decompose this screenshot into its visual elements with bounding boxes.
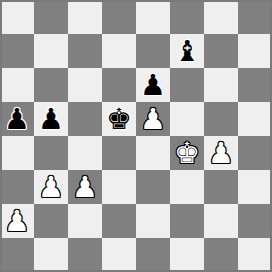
white-pawn[interactable]: ♟ [4, 204, 30, 238]
square-e7[interactable] [136, 34, 170, 68]
square-e4[interactable] [136, 136, 170, 170]
square-b6[interactable] [34, 68, 68, 102]
chess-board-grid: ♝♟♟♟♚♟♚♟♟♟♟ [0, 0, 272, 272]
white-pawn[interactable]: ♟ [208, 136, 234, 170]
square-g5[interactable] [204, 102, 238, 136]
square-h1[interactable] [238, 238, 272, 272]
square-a3[interactable] [0, 170, 34, 204]
square-h4[interactable] [238, 136, 272, 170]
square-h7[interactable] [238, 34, 272, 68]
square-c7[interactable] [68, 34, 102, 68]
square-f7[interactable]: ♝ [170, 34, 204, 68]
white-pawn[interactable]: ♟ [140, 102, 166, 136]
black-pawn[interactable]: ♟ [38, 102, 64, 136]
square-d4[interactable] [102, 136, 136, 170]
square-a2[interactable]: ♟ [0, 204, 34, 238]
square-d2[interactable] [102, 204, 136, 238]
square-d3[interactable] [102, 170, 136, 204]
square-h6[interactable] [238, 68, 272, 102]
square-b3[interactable]: ♟ [34, 170, 68, 204]
square-a1[interactable] [0, 238, 34, 272]
square-e1[interactable] [136, 238, 170, 272]
square-d5[interactable]: ♚ [102, 102, 136, 136]
square-e6[interactable]: ♟ [136, 68, 170, 102]
square-h8[interactable] [238, 0, 272, 34]
square-c2[interactable] [68, 204, 102, 238]
square-f6[interactable] [170, 68, 204, 102]
square-f5[interactable] [170, 102, 204, 136]
black-pawn[interactable]: ♟ [4, 102, 30, 136]
square-g3[interactable] [204, 170, 238, 204]
square-b4[interactable] [34, 136, 68, 170]
square-f8[interactable] [170, 0, 204, 34]
square-h3[interactable] [238, 170, 272, 204]
square-g4[interactable]: ♟ [204, 136, 238, 170]
square-f3[interactable] [170, 170, 204, 204]
square-a5[interactable]: ♟ [0, 102, 34, 136]
square-c1[interactable] [68, 238, 102, 272]
square-h2[interactable] [238, 204, 272, 238]
white-pawn[interactable]: ♟ [38, 170, 64, 204]
square-b8[interactable] [34, 0, 68, 34]
square-g2[interactable] [204, 204, 238, 238]
square-b7[interactable] [34, 34, 68, 68]
square-c4[interactable] [68, 136, 102, 170]
square-g6[interactable] [204, 68, 238, 102]
square-c6[interactable] [68, 68, 102, 102]
square-g8[interactable] [204, 0, 238, 34]
square-d1[interactable] [102, 238, 136, 272]
black-bishop[interactable]: ♝ [174, 34, 200, 68]
square-e2[interactable] [136, 204, 170, 238]
square-f1[interactable] [170, 238, 204, 272]
square-f4[interactable]: ♚ [170, 136, 204, 170]
square-e8[interactable] [136, 0, 170, 34]
square-c3[interactable]: ♟ [68, 170, 102, 204]
square-a7[interactable] [0, 34, 34, 68]
square-c5[interactable] [68, 102, 102, 136]
square-g1[interactable] [204, 238, 238, 272]
square-d8[interactable] [102, 0, 136, 34]
black-pawn[interactable]: ♟ [140, 68, 166, 102]
square-b5[interactable]: ♟ [34, 102, 68, 136]
square-a6[interactable] [0, 68, 34, 102]
square-f2[interactable] [170, 204, 204, 238]
square-h5[interactable] [238, 102, 272, 136]
square-d7[interactable] [102, 34, 136, 68]
square-e3[interactable] [136, 170, 170, 204]
square-e5[interactable]: ♟ [136, 102, 170, 136]
square-a8[interactable] [0, 0, 34, 34]
white-king[interactable]: ♚ [174, 136, 200, 170]
black-king[interactable]: ♚ [106, 102, 132, 136]
square-c8[interactable] [68, 0, 102, 34]
square-b2[interactable] [34, 204, 68, 238]
square-g7[interactable] [204, 34, 238, 68]
white-pawn[interactable]: ♟ [72, 170, 98, 204]
chess-board: ♝♟♟♟♚♟♚♟♟♟♟ [0, 0, 272, 272]
square-a4[interactable] [0, 136, 34, 170]
square-d6[interactable] [102, 68, 136, 102]
square-b1[interactable] [34, 238, 68, 272]
